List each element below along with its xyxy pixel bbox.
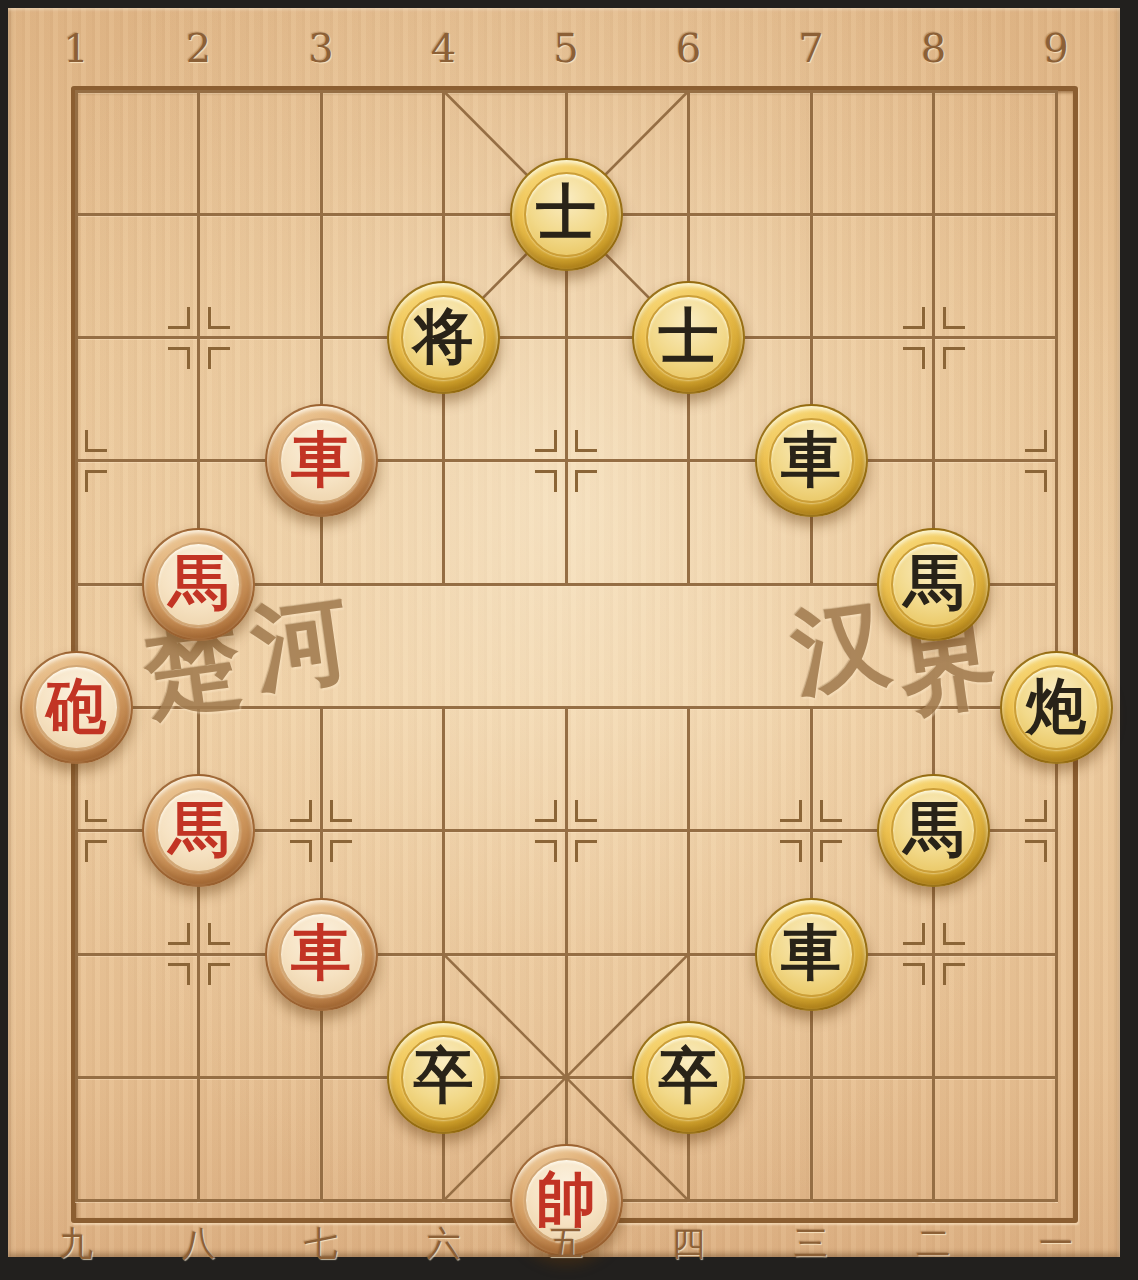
xiangqi-game-screen: 123456789 楚河汉界 士将士車車馬馬砲炮馬馬車車卒卒帥 九八七六五四三二… [0,0,1138,1280]
file-label-bottom: 九 [59,1226,93,1260]
file-labels-bottom: 九八七六五四三二一 [0,0,1138,1280]
file-label-bottom: 四 [672,1226,706,1260]
file-label-bottom: 三 [794,1226,828,1260]
file-label-bottom: 五 [549,1226,583,1260]
file-label-bottom: 七 [304,1226,338,1260]
file-label-bottom: 六 [427,1226,461,1260]
file-label-bottom: 二 [917,1226,951,1260]
file-label-bottom: 八 [182,1226,216,1260]
file-label-bottom: 一 [1039,1226,1073,1260]
